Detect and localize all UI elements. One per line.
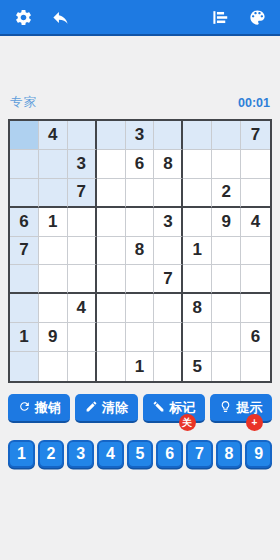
sudoku-cell-r5c1[interactable]: 7: [10, 237, 39, 266]
sudoku-cell-r8c1[interactable]: 1: [10, 323, 39, 352]
sudoku-cell-r3c2[interactable]: [39, 179, 68, 208]
sudoku-cell-r4c7[interactable]: [183, 208, 212, 237]
undo-button[interactable]: 撤销: [8, 394, 70, 423]
sudoku-cell-r5c6[interactable]: [154, 237, 183, 266]
sudoku-cell-r8c8[interactable]: [212, 323, 241, 352]
sudoku-cell-r5c4[interactable]: [97, 237, 126, 266]
sudoku-cell-r4c9[interactable]: 4: [241, 208, 270, 237]
sudoku-cell-r6c8[interactable]: [212, 265, 241, 294]
sudoku-cell-r3c7[interactable]: [183, 179, 212, 208]
sudoku-cell-r5c9[interactable]: [241, 237, 270, 266]
sudoku-cell-r2c8[interactable]: [212, 150, 241, 179]
sudoku-cell-r4c1[interactable]: 6: [10, 208, 39, 237]
sudoku-cell-r3c6[interactable]: [154, 179, 183, 208]
sudoku-cell-r7c4[interactable]: [97, 294, 126, 323]
sudoku-cell-r8c9[interactable]: 6: [241, 323, 270, 352]
sudoku-cell-r6c9[interactable]: [241, 265, 270, 294]
sudoku-cell-r3c4[interactable]: [97, 179, 126, 208]
sudoku-cell-r1c6[interactable]: [154, 121, 183, 150]
sudoku-cell-r8c4[interactable]: [97, 323, 126, 352]
palette-icon[interactable]: [247, 7, 267, 27]
sudoku-cell-r6c6[interactable]: 7: [154, 265, 183, 294]
hint-button[interactable]: 提示 +: [210, 394, 272, 423]
sudoku-cell-r4c5[interactable]: [126, 208, 155, 237]
sudoku-cell-r8c5[interactable]: [126, 323, 155, 352]
undo-icon: [18, 400, 31, 416]
sudoku-cell-r6c5[interactable]: [126, 265, 155, 294]
numpad-key-8[interactable]: 8: [216, 440, 243, 468]
hint-label: 提示: [236, 399, 262, 417]
sudoku-cell-r8c6[interactable]: [154, 323, 183, 352]
sudoku-cell-r5c3[interactable]: [68, 237, 97, 266]
sudoku-cell-r3c9[interactable]: [241, 179, 270, 208]
sudoku-cell-r9c9[interactable]: [241, 352, 270, 381]
sudoku-cell-r6c4[interactable]: [97, 265, 126, 294]
sudoku-cell-r4c8[interactable]: 9: [212, 208, 241, 237]
sudoku-cell-r8c2[interactable]: 9: [39, 323, 68, 352]
sudoku-cell-r4c2[interactable]: 1: [39, 208, 68, 237]
erase-button[interactable]: 清除: [75, 394, 137, 423]
sudoku-cell-r3c8[interactable]: 2: [212, 179, 241, 208]
sudoku-cell-r8c7[interactable]: [183, 323, 212, 352]
sudoku-cell-r2c3[interactable]: 3: [68, 150, 97, 179]
sudoku-cell-r7c6[interactable]: [154, 294, 183, 323]
sudoku-cell-r9c8[interactable]: [212, 352, 241, 381]
sudoku-cell-r9c1[interactable]: [10, 352, 39, 381]
sudoku-cell-r1c9[interactable]: 7: [241, 121, 270, 150]
sudoku-cell-r5c8[interactable]: [212, 237, 241, 266]
sudoku-cell-r2c2[interactable]: [39, 150, 68, 179]
sudoku-cell-r6c7[interactable]: [183, 265, 212, 294]
sudoku-cell-r7c3[interactable]: 4: [68, 294, 97, 323]
sudoku-cell-r7c7[interactable]: 8: [183, 294, 212, 323]
sudoku-cell-r2c7[interactable]: [183, 150, 212, 179]
numpad-key-1[interactable]: 1: [8, 440, 35, 468]
sudoku-cell-r7c5[interactable]: [126, 294, 155, 323]
sudoku-cell-r9c7[interactable]: 5: [183, 352, 212, 381]
sudoku-cell-r4c6[interactable]: 3: [154, 208, 183, 237]
undo-label: 撤销: [35, 399, 61, 417]
sudoku-cell-r2c4[interactable]: [97, 150, 126, 179]
sudoku-cell-r9c2[interactable]: [39, 352, 68, 381]
timer: 00:01: [238, 96, 270, 110]
back-icon[interactable]: [50, 7, 70, 27]
settings-icon[interactable]: [13, 7, 33, 27]
sudoku-cell-r1c2[interactable]: 4: [39, 121, 68, 150]
numpad-key-3[interactable]: 3: [67, 440, 94, 468]
sudoku-cell-r4c3[interactable]: [68, 208, 97, 237]
numpad-key-7[interactable]: 7: [186, 440, 213, 468]
sudoku-cell-r1c7[interactable]: [183, 121, 212, 150]
sudoku-cell-r7c2[interactable]: [39, 294, 68, 323]
sudoku-cell-r7c9[interactable]: [241, 294, 270, 323]
number-pad: 123456789: [8, 440, 272, 468]
topbar-right-group: [210, 7, 267, 27]
sudoku-cell-r3c5[interactable]: [126, 179, 155, 208]
sudoku-cell-r3c3[interactable]: 7: [68, 179, 97, 208]
erase-label: 清除: [102, 399, 128, 417]
difficulty-label: 专家: [10, 94, 37, 111]
numpad-key-6[interactable]: 6: [156, 440, 183, 468]
bulb-icon: [219, 400, 232, 416]
sudoku-cell-r2c9[interactable]: [241, 150, 270, 179]
sudoku-cell-r1c1[interactable]: [10, 121, 39, 150]
sudoku-cell-r2c5[interactable]: 6: [126, 150, 155, 179]
toolbar: 撤销 清除 标记 关 提示 +: [8, 394, 272, 423]
sudoku-cell-r9c4[interactable]: [97, 352, 126, 381]
sudoku-cell-r6c2[interactable]: [39, 265, 68, 294]
notes-button[interactable]: 标记 关: [143, 394, 205, 423]
sudoku-cell-r5c2[interactable]: [39, 237, 68, 266]
numpad-key-5[interactable]: 5: [127, 440, 154, 468]
sudoku-cell-r1c4[interactable]: [97, 121, 126, 150]
top-bar: [0, 0, 280, 36]
pen-icon: [152, 400, 165, 416]
sudoku-cell-r1c3[interactable]: [68, 121, 97, 150]
sudoku-cell-r7c1[interactable]: [10, 294, 39, 323]
numpad-key-2[interactable]: 2: [38, 440, 65, 468]
sudoku-cell-r5c5[interactable]: 8: [126, 237, 155, 266]
sudoku-cell-r9c3[interactable]: [68, 352, 97, 381]
notes-off-badge: 关: [179, 414, 196, 431]
sudoku-cell-r2c6[interactable]: 8: [154, 150, 183, 179]
sudoku-board: 437368726139478174819615: [8, 119, 272, 383]
stats-icon[interactable]: [210, 7, 230, 27]
sudoku-cell-r9c5[interactable]: 1: [126, 352, 155, 381]
numpad-key-9[interactable]: 9: [245, 440, 272, 468]
status-row: 专家 00:01: [0, 94, 280, 111]
hint-plus-badge: +: [246, 414, 263, 431]
sudoku-cell-r1c8[interactable]: [212, 121, 241, 150]
sudoku-cell-r4c4[interactable]: [97, 208, 126, 237]
sudoku-cell-r7c8[interactable]: [212, 294, 241, 323]
sudoku-cell-r6c3[interactable]: [68, 265, 97, 294]
numpad-key-4[interactable]: 4: [97, 440, 124, 468]
eraser-icon: [85, 400, 98, 416]
sudoku-cell-r6c1[interactable]: [10, 265, 39, 294]
sudoku-cell-r1c5[interactable]: 3: [126, 121, 155, 150]
sudoku-cell-r2c1[interactable]: [10, 150, 39, 179]
sudoku-cell-r5c7[interactable]: 1: [183, 237, 212, 266]
topbar-left-group: [13, 7, 70, 27]
notes-label: 标记: [169, 399, 195, 417]
sudoku-cell-r8c3[interactable]: [68, 323, 97, 352]
sudoku-cell-r3c1[interactable]: [10, 179, 39, 208]
sudoku-cell-r9c6[interactable]: [154, 352, 183, 381]
